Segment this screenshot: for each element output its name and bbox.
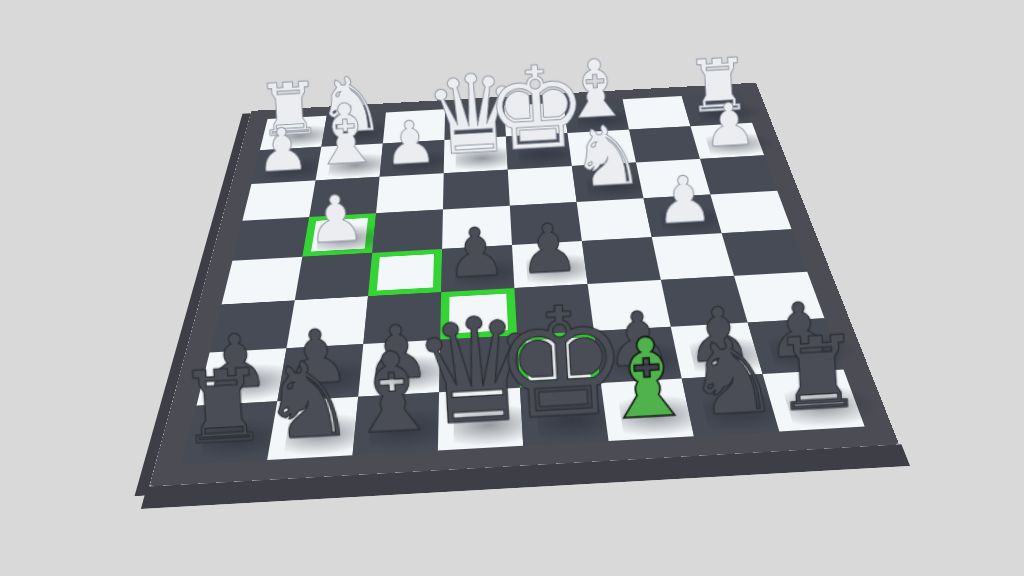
square-h2[interactable]: ♟ <box>691 123 765 159</box>
piece-black-rook[interactable]: ♜ <box>730 320 905 429</box>
piece-white-pawn[interactable]: ♟ <box>265 184 408 255</box>
square-a5[interactable] <box>222 257 303 305</box>
chess-board[interactable]: ♜♞♝♜♟♝♟♛♚♟♞♟♟♟♟♟♟♟♟♟♟♜♞♝♛♚♝♞♜ <box>182 93 865 465</box>
piece-white-pawn[interactable]: ♟ <box>664 92 795 158</box>
square-h5[interactable] <box>722 229 808 275</box>
piece-white-pawn[interactable]: ♟ <box>613 164 756 235</box>
square-b4[interactable]: ♟ <box>302 213 376 257</box>
board-frame: ♜♞♝♜♟♝♟♛♚♟♞♟♟♟♟♟♟♟♟♟♟♜♞♝♛♚♝♞♜ <box>150 83 900 487</box>
square-b5[interactable] <box>295 253 372 300</box>
square-g5[interactable] <box>652 233 734 280</box>
square-d3[interactable] <box>443 170 510 210</box>
square-h8[interactable]: ♜ <box>763 370 865 432</box>
square-g4[interactable]: ♟ <box>644 194 722 237</box>
chess-app-scene: ♜♞♝♜♟♝♟♛♚♟♞♟♟♟♟♟♟♟♟♟♟♜♞♝♛♚♝♞♜ <box>0 0 1024 576</box>
